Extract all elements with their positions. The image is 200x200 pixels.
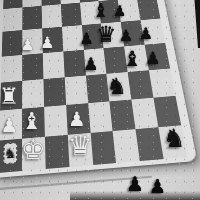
black-pawn-g5[interactable]: ♟ [119,28,133,44]
square-c4[interactable] [43,51,65,79]
square-c3[interactable] [43,77,66,107]
square-b3[interactable] [22,79,44,109]
square-b6[interactable] [22,6,42,30]
black-bishop-g4[interactable]: ♝ [123,48,142,69]
white-rook-a3[interactable]: ♜ [0,85,19,107]
black-knight-f3[interactable]: ♞ [107,75,127,97]
square-a6[interactable] [2,8,22,32]
black-pawn-g6[interactable]: ♟ [113,4,126,19]
square-c1[interactable] [45,135,69,169]
white-pawn-b5[interactable]: ♟ [20,37,34,53]
table-edge-shadow [70,191,200,200]
square-c6[interactable] [41,4,61,28]
black-pawn-e4[interactable]: ♟ [83,56,98,73]
square-a4[interactable] [1,55,22,83]
square-h6[interactable] [137,0,160,20]
black-knight-h1[interactable]: ♞ [163,126,185,151]
board-logo-knight: ♞ [3,143,18,164]
square-d3[interactable] [64,75,87,105]
white-king-b1[interactable]: ♚ [21,136,46,164]
square-b4[interactable] [22,53,43,81]
black-pawn-h4[interactable]: ♟ [145,50,160,67]
square-h2[interactable] [154,96,182,127]
white-pawn-a2[interactable]: ♟ [0,116,18,136]
black-pawn-e5[interactable]: ♟ [80,31,94,47]
dark-object-top-right [190,0,200,48]
square-h3[interactable] [149,68,175,97]
black-pawn-h5[interactable]: ♟ [139,26,153,42]
square-c2[interactable] [44,105,68,137]
chessboard-photo: ♞ ♚♛♜♝♟♟♟♟♚♛♝♝♞♞♟♟♟♟♟♟ ♟♟ [0,0,200,200]
square-d6[interactable] [61,3,82,27]
black-queen-f5[interactable]: ♛ [96,23,116,45]
white-bishop-b2[interactable]: ♝ [21,110,42,134]
white-pawn-d2[interactable]: ♟ [68,110,86,130]
white-pawn-c5[interactable]: ♟ [40,35,54,51]
square-a1[interactable]: ♞ [0,139,22,173]
white-queen-d1[interactable]: ♛ [68,132,93,160]
table-seam-shadow [0,176,152,191]
black-bishop-f6[interactable]: ♝ [93,2,110,21]
